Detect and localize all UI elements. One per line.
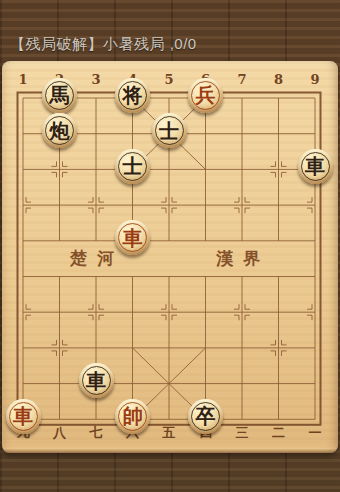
piece-character: 車 bbox=[79, 363, 114, 398]
top-file-label: 9 bbox=[304, 72, 326, 88]
top-file-label: 8 bbox=[268, 72, 290, 88]
bottom-file-label: 八 bbox=[49, 425, 71, 441]
piece-black-horse[interactable]: 馬 bbox=[42, 78, 77, 113]
top-file-label: 5 bbox=[158, 72, 180, 88]
piece-red-chariot[interactable]: 車 bbox=[115, 220, 150, 255]
piece-character: 士 bbox=[115, 149, 150, 184]
piece-character: 車 bbox=[298, 149, 333, 184]
piece-character: 士 bbox=[152, 113, 187, 148]
piece-red-chariot[interactable]: 車 bbox=[6, 399, 41, 434]
bottom-file-label: 五 bbox=[158, 425, 180, 441]
piece-black-cannon[interactable]: 炮 bbox=[42, 113, 77, 148]
piece-black-general[interactable]: 将 bbox=[115, 78, 150, 113]
piece-character: 炮 bbox=[42, 113, 77, 148]
river-right-label: 漢界 bbox=[193, 249, 293, 268]
piece-character: 将 bbox=[115, 78, 150, 113]
piece-black-chariot[interactable]: 車 bbox=[79, 363, 114, 398]
piece-character: 馬 bbox=[42, 78, 77, 113]
piece-black-chariot[interactable]: 車 bbox=[298, 149, 333, 184]
top-file-label: 7 bbox=[231, 72, 253, 88]
top-file-label: 3 bbox=[85, 72, 107, 88]
bottom-file-label: 三 bbox=[231, 425, 253, 441]
bottom-file-label: 一 bbox=[304, 425, 326, 441]
bottom-file-label: 七 bbox=[85, 425, 107, 441]
top-file-label: 1 bbox=[12, 72, 34, 88]
piece-character: 車 bbox=[6, 399, 41, 434]
bottom-file-label: 二 bbox=[268, 425, 290, 441]
piece-character: 兵 bbox=[188, 78, 223, 113]
piece-red-soldier[interactable]: 兵 bbox=[188, 78, 223, 113]
piece-character: 車 bbox=[115, 220, 150, 255]
piece-black-soldier[interactable]: 卒 bbox=[188, 399, 223, 434]
piece-character: 帥 bbox=[115, 399, 150, 434]
app-window: 【残局破解】小暑残局 ,0/0 123456789 九八七六五四三二一 楚河 漢… bbox=[0, 0, 340, 492]
piece-black-advisor[interactable]: 士 bbox=[152, 113, 187, 148]
piece-character: 卒 bbox=[188, 399, 223, 434]
piece-red-general[interactable]: 帥 bbox=[115, 399, 150, 434]
piece-black-advisor[interactable]: 士 bbox=[115, 149, 150, 184]
